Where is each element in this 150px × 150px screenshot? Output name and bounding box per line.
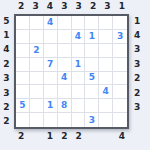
cell-r5c4[interactable]: 4	[58, 72, 72, 86]
cell-r1c3[interactable]: 4	[44, 16, 58, 30]
cell-r8c5[interactable]	[72, 113, 86, 127]
clues-right: 1433223	[129, 14, 150, 129]
given-number: 3	[89, 116, 95, 125]
cell-r5c1[interactable]	[16, 72, 30, 86]
given-number: 4	[47, 18, 53, 27]
cell-r6c2[interactable]	[30, 85, 44, 99]
clue-top-5: 3	[72, 0, 86, 14]
clue-top-6: 2	[86, 0, 100, 14]
given-number: 4	[75, 32, 81, 41]
clue-bottom-5: 2	[72, 129, 86, 150]
given-number: 4	[61, 73, 67, 82]
cell-r5c5[interactable]	[72, 72, 86, 86]
cell-r7c3[interactable]: 1	[44, 99, 58, 113]
cell-r6c4[interactable]	[58, 85, 72, 99]
clue-top-1: 2	[14, 0, 28, 14]
clue-top-8: 1	[115, 0, 129, 14]
cell-r7c5[interactable]	[72, 99, 86, 113]
clue-bottom-4: 2	[57, 129, 71, 150]
clue-bottom-1: 2	[14, 129, 28, 150]
clue-left-5: 3	[0, 72, 14, 86]
clue-left-6: 3	[0, 86, 14, 100]
clue-top-4: 3	[57, 0, 71, 14]
cell-r2c2[interactable]	[30, 30, 44, 44]
given-number: 7	[47, 60, 53, 69]
cell-r3c3[interactable]	[44, 44, 58, 58]
given-number: 1	[75, 60, 81, 69]
given-number: 2	[33, 46, 39, 55]
skyscrapers-puzzle: 23433231 51423322 44132714545183 1433223…	[0, 0, 150, 150]
clue-right-1: 1	[129, 14, 150, 28]
clue-left-3: 4	[0, 43, 14, 57]
cell-r4c1[interactable]	[16, 58, 30, 72]
cell-r3c1[interactable]	[16, 44, 30, 58]
board: 44132714545183	[14, 14, 129, 129]
cell-r1c8[interactable]	[113, 16, 127, 30]
cell-r3c2[interactable]: 2	[30, 44, 44, 58]
cell-r1c6[interactable]	[85, 16, 99, 30]
cell-r7c7[interactable]	[99, 99, 113, 113]
cell-r8c8[interactable]	[113, 113, 127, 127]
cell-r4c6[interactable]	[85, 58, 99, 72]
clue-bottom-2	[28, 129, 42, 150]
clue-bottom-6	[86, 129, 100, 150]
cell-r7c2[interactable]	[30, 99, 44, 113]
cell-r7c4[interactable]: 8	[58, 99, 72, 113]
cell-r6c3[interactable]	[44, 85, 58, 99]
given-number: 5	[89, 73, 95, 82]
clue-left-1: 5	[0, 14, 14, 28]
clue-bottom-7	[100, 129, 114, 150]
cell-r5c8[interactable]	[113, 72, 127, 86]
clue-bottom-3: 1	[43, 129, 57, 150]
clues-bottom: 21224	[14, 129, 129, 150]
cell-r8c1[interactable]	[16, 113, 30, 127]
given-number: 4	[103, 87, 109, 96]
clue-right-4: 3	[129, 57, 150, 71]
clue-left-8: 2	[0, 115, 14, 129]
cell-r2c3[interactable]	[44, 30, 58, 44]
cell-r3c4[interactable]	[58, 44, 72, 58]
clue-right-3: 3	[129, 43, 150, 57]
cell-r2c8[interactable]: 3	[113, 30, 127, 44]
cell-r5c2[interactable]	[30, 72, 44, 86]
cell-r4c4[interactable]	[58, 58, 72, 72]
given-number: 5	[19, 101, 25, 110]
cell-r8c3[interactable]	[44, 113, 58, 127]
cell-r4c2[interactable]	[30, 58, 44, 72]
cell-r5c6[interactable]: 5	[85, 72, 99, 86]
cell-r4c7[interactable]	[99, 58, 113, 72]
cell-r5c7[interactable]	[99, 72, 113, 86]
cell-r3c6[interactable]	[85, 44, 99, 58]
cell-r2c4[interactable]	[58, 30, 72, 44]
cell-r7c6[interactable]	[85, 99, 99, 113]
cell-r2c5[interactable]: 4	[72, 30, 86, 44]
cell-r3c7[interactable]	[99, 44, 113, 58]
cell-r4c8[interactable]	[113, 58, 127, 72]
cell-r4c3[interactable]: 7	[44, 58, 58, 72]
cell-r6c8[interactable]	[113, 85, 127, 99]
clue-bottom-8: 4	[115, 129, 129, 150]
clue-left-7: 2	[0, 100, 14, 114]
clue-top-7: 3	[100, 0, 114, 14]
cell-r7c8[interactable]	[113, 99, 127, 113]
clue-right-7: 3	[129, 100, 150, 114]
cell-r1c2[interactable]	[30, 16, 44, 30]
cell-r3c5[interactable]	[72, 44, 86, 58]
given-number: 1	[47, 101, 53, 110]
clue-top-3: 4	[43, 0, 57, 14]
cell-r2c7[interactable]	[99, 30, 113, 44]
cell-r1c1[interactable]	[16, 16, 30, 30]
clue-top-2: 3	[28, 0, 42, 14]
cell-r6c7[interactable]: 4	[99, 85, 113, 99]
clue-right-2: 4	[129, 28, 150, 42]
cell-r8c6[interactable]: 3	[85, 113, 99, 127]
cell-r3c8[interactable]	[113, 44, 127, 58]
clue-right-6: 2	[129, 86, 150, 100]
cell-r1c7[interactable]	[99, 16, 113, 30]
cell-r2c6[interactable]: 1	[85, 30, 99, 44]
clues-left: 51423322	[0, 14, 14, 129]
cell-r1c5[interactable]	[72, 16, 86, 30]
given-number: 3	[117, 32, 123, 41]
cell-r6c5[interactable]	[72, 85, 86, 99]
clue-right-8	[129, 115, 150, 129]
cell-r8c2[interactable]	[30, 113, 44, 127]
clue-left-4: 2	[0, 57, 14, 71]
given-number: 1	[89, 32, 95, 41]
cell-r7c1[interactable]: 5	[16, 99, 30, 113]
given-number: 8	[61, 101, 67, 110]
cell-r5c3[interactable]	[44, 72, 58, 86]
cell-r8c4[interactable]	[58, 113, 72, 127]
cell-r6c1[interactable]	[16, 85, 30, 99]
cell-r6c6[interactable]	[85, 85, 99, 99]
clue-left-2: 1	[0, 28, 14, 42]
cell-r4c5[interactable]: 1	[72, 58, 86, 72]
cell-r2c1[interactable]	[16, 30, 30, 44]
cell-r8c7[interactable]	[99, 113, 113, 127]
clues-top: 23433231	[14, 0, 129, 14]
clue-right-5: 2	[129, 72, 150, 86]
cell-r1c4[interactable]	[58, 16, 72, 30]
